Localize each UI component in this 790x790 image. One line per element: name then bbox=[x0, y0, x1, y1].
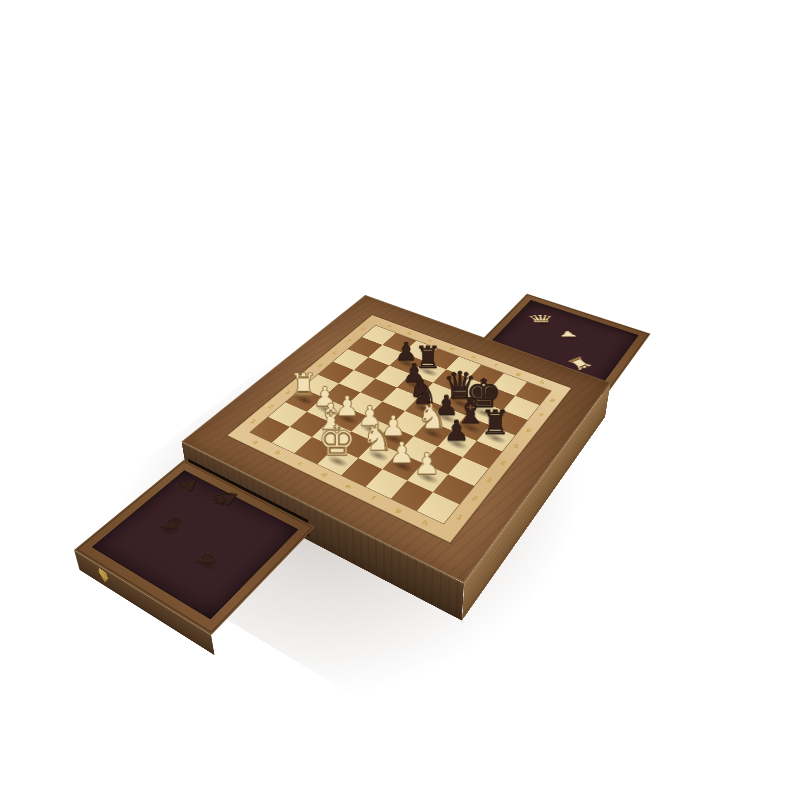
white-queen-glyph: ♛ bbox=[517, 314, 565, 324]
brass-latch-icon bbox=[97, 567, 110, 587]
white-pawn-glyph: ♟ bbox=[544, 330, 593, 337]
photo-canvas: ♟♞♝♟ ♛♟♜ bbox=[0, 0, 790, 790]
scene: ♟♞♝♟ ♛♟♜ bbox=[0, 0, 790, 790]
white-king-glyph: ♚ bbox=[308, 419, 366, 462]
black-pawn-glyph: ♟ bbox=[428, 416, 485, 444]
white-pawn-glyph: ♟ bbox=[397, 449, 457, 479]
chess-box: ♟♞♝♟ ♛♟♜ bbox=[181, 295, 610, 583]
